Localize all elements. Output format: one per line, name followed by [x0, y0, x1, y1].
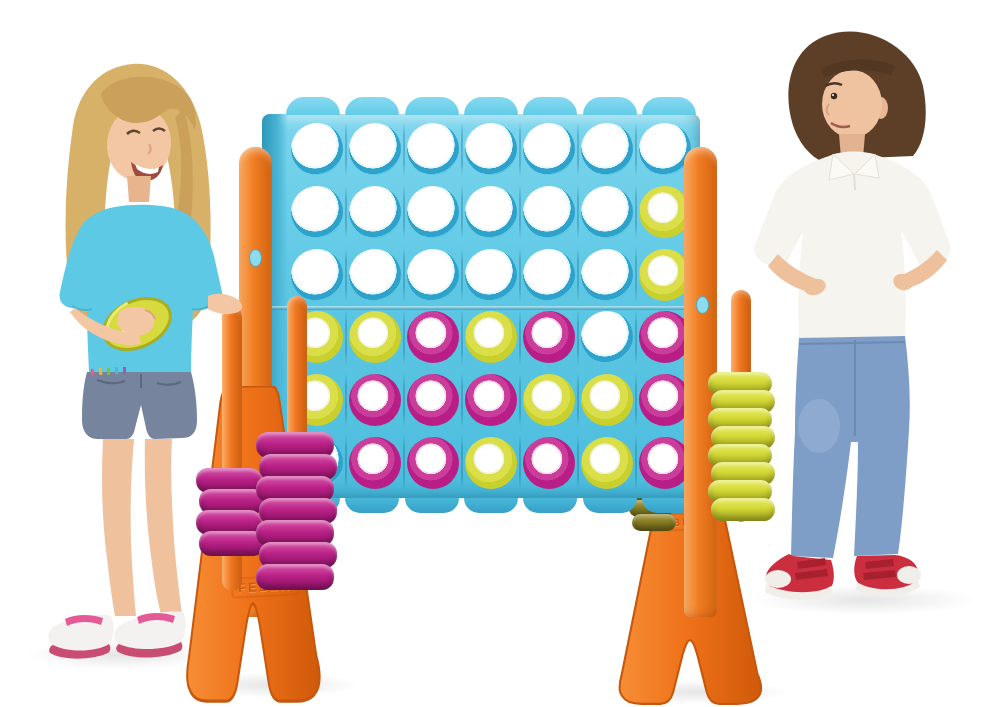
girl-neck: [127, 176, 151, 202]
empty-hole: [291, 186, 343, 238]
cell-r6c2[interactable]: [346, 431, 404, 494]
girl-left-hand: [208, 294, 242, 314]
cell-r3c6[interactable]: [578, 243, 636, 306]
yellow-disc: [465, 437, 517, 489]
empty-hole: [349, 123, 401, 175]
yellow-disc: [349, 311, 401, 363]
magenta-disc: [349, 437, 401, 489]
cell-r6c5[interactable]: [520, 431, 578, 494]
cell-r1c6[interactable]: [578, 118, 636, 181]
boy-jeans: [791, 336, 910, 558]
right-post-knob: [696, 296, 709, 314]
cell-r4c5[interactable]: [520, 306, 578, 369]
cell-r5c5[interactable]: [520, 369, 578, 432]
boy-polo-shirt: [754, 152, 950, 339]
cell-r6c3[interactable]: [404, 431, 462, 494]
cell-r4c6[interactable]: [578, 306, 636, 369]
boy-figure: [735, 22, 990, 617]
empty-hole: [523, 123, 575, 175]
cell-r5c3[interactable]: [404, 369, 462, 432]
girl-legs: [102, 439, 182, 616]
empty-hole: [291, 249, 343, 301]
empty-hole: [291, 123, 343, 175]
cell-r5c2[interactable]: [346, 369, 404, 432]
empty-hole: [465, 186, 517, 238]
girl-shoes: [48, 612, 185, 659]
cell-r1c1[interactable]: [288, 118, 346, 181]
magenta-disc: [465, 374, 517, 426]
girl-shorts: [82, 367, 197, 439]
empty-hole: [465, 249, 517, 301]
empty-hole: [523, 249, 575, 301]
cell-r5c6[interactable]: [578, 369, 636, 432]
magenta-disc: [523, 311, 575, 363]
yellow-disc-stack[interactable]: [709, 372, 773, 521]
empty-hole: [407, 249, 459, 301]
yellow-disc: [465, 311, 517, 363]
empty-hole: [581, 311, 633, 363]
magenta-disc: [407, 311, 459, 363]
magenta-disc: [349, 374, 401, 426]
yellow-disc: [523, 374, 575, 426]
board-bottom-scallops: [286, 498, 696, 513]
cell-r1c4[interactable]: [462, 118, 520, 181]
magenta-disc-stack-rear[interactable]: [257, 432, 335, 590]
cell-r2c2[interactable]: [346, 181, 404, 244]
boy-face: [822, 70, 882, 138]
girl-figure: [15, 60, 265, 665]
empty-hole: [581, 123, 633, 175]
empty-hole: [581, 186, 633, 238]
cell-r1c2[interactable]: [346, 118, 404, 181]
cell-r4c3[interactable]: [404, 306, 462, 369]
empty-hole: [407, 123, 459, 175]
yellow-stack-disc: [711, 498, 775, 521]
board-top-scallops: [286, 97, 696, 115]
yellow-disc: [581, 437, 633, 489]
empty-hole: [349, 186, 401, 238]
cell-r2c5[interactable]: [520, 181, 578, 244]
magenta-disc: [523, 437, 575, 489]
cell-r4c2[interactable]: [346, 306, 404, 369]
cell-r6c6[interactable]: [578, 431, 636, 494]
cell-r2c6[interactable]: [578, 181, 636, 244]
cell-r3c5[interactable]: [520, 243, 578, 306]
magenta-disc: [407, 374, 459, 426]
cell-r4c4[interactable]: [462, 306, 520, 369]
cell-r6c4[interactable]: [462, 431, 520, 494]
yellow-disc: [581, 374, 633, 426]
cell-r5c4[interactable]: [462, 369, 520, 432]
boy-sneakers: [765, 554, 921, 600]
cell-r1c5[interactable]: [520, 118, 578, 181]
empty-hole: [581, 249, 633, 301]
cell-r2c3[interactable]: [404, 181, 462, 244]
empty-hole: [407, 186, 459, 238]
cell-r3c2[interactable]: [346, 243, 404, 306]
cell-r1c3[interactable]: [404, 118, 462, 181]
cell-r3c4[interactable]: [462, 243, 520, 306]
empty-hole: [465, 123, 517, 175]
olive-stack-disc: [632, 514, 676, 531]
magenta-stack-disc: [256, 564, 334, 590]
cell-r2c4[interactable]: [462, 181, 520, 244]
scene: FEBER FEBER: [0, 0, 1000, 707]
magenta-disc: [407, 437, 459, 489]
boy-eye: [831, 93, 837, 99]
cell-r2c1[interactable]: [288, 181, 346, 244]
empty-hole: [523, 186, 575, 238]
panel-seam: [264, 306, 698, 310]
cell-r3c3[interactable]: [404, 243, 462, 306]
empty-hole: [349, 249, 401, 301]
